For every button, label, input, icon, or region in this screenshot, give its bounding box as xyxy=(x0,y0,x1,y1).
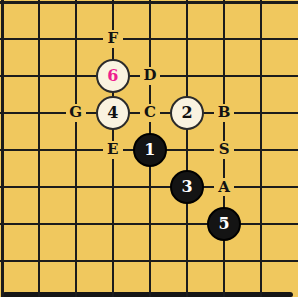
point-label-G-c16[interactable]: G xyxy=(66,104,86,122)
point-label-F-d18[interactable]: F xyxy=(103,30,123,48)
stone-black-1-e15[interactable]: 1 xyxy=(133,133,167,167)
board-top-edge-line xyxy=(0,1,298,4)
point-label-B-g16[interactable]: B xyxy=(214,104,234,122)
stone-black-3-f14[interactable]: 3 xyxy=(170,170,204,204)
grid-line-horizontal xyxy=(0,38,298,40)
stone-white-6-d17[interactable]: 6 xyxy=(96,59,130,93)
stone-white-2-f16[interactable]: 2 xyxy=(170,96,204,130)
point-label-S-g15[interactable]: S xyxy=(214,141,234,159)
point-label-A-g14[interactable]: A xyxy=(214,178,234,196)
point-label-D-e17[interactable]: D xyxy=(140,67,160,85)
point-label-E-d15[interactable]: E xyxy=(103,141,123,159)
stone-white-4-d16[interactable]: 4 xyxy=(96,96,130,130)
grid-line-horizontal xyxy=(0,260,298,262)
grid-line-horizontal xyxy=(0,223,298,225)
stone-black-5-g13[interactable]: 5 xyxy=(207,207,241,241)
grid-line-horizontal xyxy=(0,186,298,188)
board-bottom-edge xyxy=(2,292,293,297)
point-label-C-e16[interactable]: C xyxy=(140,104,160,122)
go-board[interactable]: FDGCBESA642135 xyxy=(0,0,298,297)
